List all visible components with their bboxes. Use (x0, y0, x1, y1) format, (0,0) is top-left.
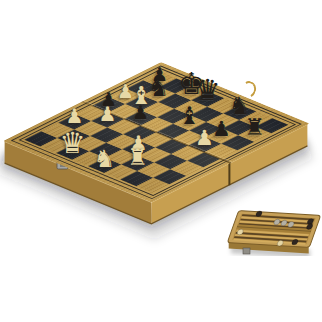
square-a4 (88, 158, 121, 173)
square-f7 (125, 96, 158, 111)
square-d7 (91, 113, 124, 128)
square-a3 (104, 165, 137, 180)
square-e3 (172, 131, 205, 146)
square-c3 (138, 148, 171, 163)
product-photo-stage: ♟♟♟♝♛♟♞♜♟♟♟♞♟♚♛♝♞♟♜ (0, 0, 322, 322)
square-a8 (24, 131, 57, 146)
square-e7 (108, 104, 141, 119)
square-b4 (105, 149, 138, 164)
square-e2 (188, 137, 221, 152)
square-d3 (155, 139, 188, 154)
square-g8 (126, 80, 159, 95)
square-h2 (239, 112, 272, 127)
square-f1 (221, 135, 254, 150)
square-b5 (89, 143, 122, 158)
square-e6 (124, 111, 157, 126)
square-b2 (137, 163, 170, 178)
square-e4 (156, 124, 189, 139)
square-e1 (204, 144, 237, 159)
square-e5 (140, 117, 173, 132)
square-d6 (107, 119, 140, 134)
square-c2 (154, 154, 187, 169)
square-g1 (238, 127, 271, 142)
square-h5 (191, 92, 224, 107)
square-f2 (205, 129, 238, 144)
square-a1 (136, 178, 169, 193)
square-a5 (72, 151, 105, 166)
square-a6 (56, 145, 89, 160)
square-b1 (153, 169, 186, 184)
square-h7 (159, 79, 192, 94)
square-c4 (122, 141, 155, 156)
square-c6 (90, 128, 123, 143)
square-d2 (171, 146, 204, 161)
square-f3 (189, 122, 222, 137)
square-h1 (255, 118, 288, 133)
square-b8 (41, 123, 74, 138)
square-c1 (170, 161, 203, 176)
square-c5 (106, 134, 139, 149)
backgammon-latch (243, 248, 250, 254)
backgammon-insert (227, 210, 321, 248)
square-d4 (139, 132, 172, 147)
square-b3 (121, 156, 154, 171)
square-d8 (75, 106, 108, 121)
square-h3 (223, 105, 256, 120)
square-a7 (40, 138, 73, 153)
square-h8 (143, 72, 176, 87)
square-f4 (173, 115, 206, 130)
square-g2 (222, 120, 255, 135)
square-a2 (120, 171, 153, 186)
square-d1 (187, 152, 220, 167)
square-f8 (109, 89, 142, 104)
square-f5 (157, 109, 190, 124)
square-b6 (73, 136, 106, 151)
square-e8 (92, 97, 125, 112)
square-g6 (158, 94, 191, 109)
square-g5 (174, 100, 207, 115)
square-g3 (206, 114, 239, 129)
square-h6 (175, 85, 208, 100)
square-b7 (57, 130, 90, 145)
square-g7 (142, 87, 175, 102)
square-h4 (207, 98, 240, 113)
square-d5 (123, 126, 156, 141)
square-f6 (141, 102, 174, 117)
square-c8 (58, 114, 91, 129)
square-g4 (190, 107, 223, 122)
square-c7 (74, 121, 107, 136)
